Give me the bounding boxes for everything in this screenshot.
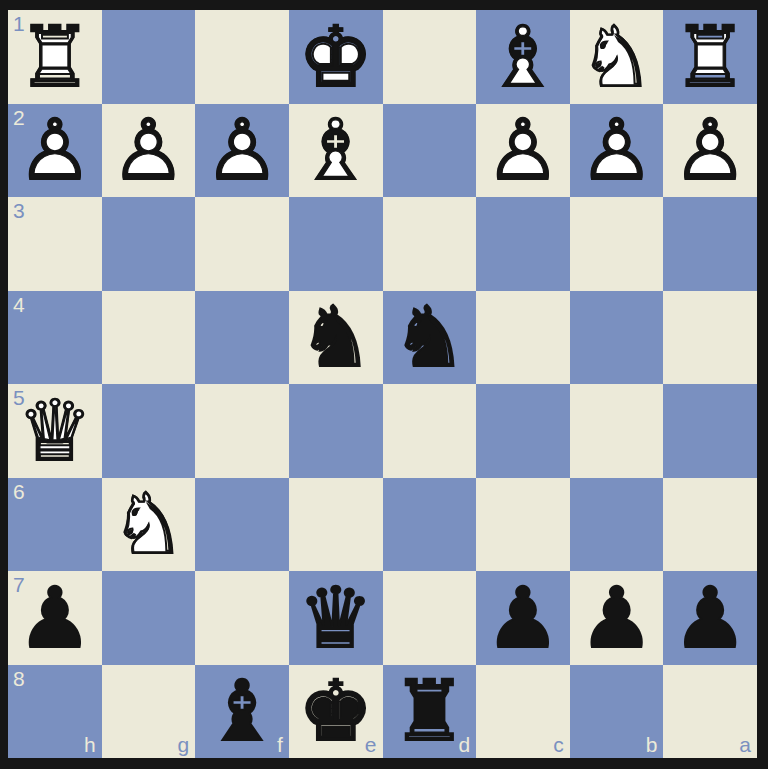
- square-f4[interactable]: [195, 291, 289, 385]
- square-a7[interactable]: ♟: [663, 571, 757, 665]
- piece-outline-glyph: ♙: [570, 104, 664, 198]
- rank-label-1: 1: [13, 13, 25, 34]
- black-pawn[interactable]: ♟: [570, 571, 664, 665]
- file-label-g: g: [178, 734, 190, 755]
- piece-fill-glyph: ♛: [289, 571, 383, 665]
- piece-fill-glyph: ♟: [102, 104, 196, 198]
- chess-board: 1♜♖♚♔♝♗♞♘♜♖2♟♙♟♙♟♙♝♗♟♙♟♙♟♙34♞♞5♛♕6♞♘7♟♛♟…: [8, 10, 757, 758]
- file-label-f: f: [277, 734, 283, 755]
- white-knight[interactable]: ♞♘: [102, 478, 196, 572]
- square-d8[interactable]: d♜: [383, 665, 477, 759]
- rank-label-5: 5: [13, 387, 25, 408]
- piece-fill-glyph: ♞: [102, 478, 196, 572]
- square-a4[interactable]: [663, 291, 757, 385]
- square-a1[interactable]: ♜♖: [663, 10, 757, 104]
- piece-fill-glyph: ♞: [289, 291, 383, 385]
- white-bishop[interactable]: ♝♗: [476, 10, 570, 104]
- square-g7[interactable]: [102, 571, 196, 665]
- square-c8[interactable]: c: [476, 665, 570, 759]
- rank-label-2: 2: [13, 107, 25, 128]
- piece-outline-glyph: ♘: [570, 10, 664, 104]
- square-b3[interactable]: [570, 197, 664, 291]
- piece-fill-glyph: ♚: [289, 10, 383, 104]
- square-e1[interactable]: ♚♔: [289, 10, 383, 104]
- square-c2[interactable]: ♟♙: [476, 104, 570, 198]
- square-b5[interactable]: [570, 384, 664, 478]
- square-h8[interactable]: 8h: [8, 665, 102, 759]
- square-h3[interactable]: 3: [8, 197, 102, 291]
- square-e3[interactable]: [289, 197, 383, 291]
- file-label-a: a: [739, 734, 751, 755]
- square-d3[interactable]: [383, 197, 477, 291]
- white-pawn[interactable]: ♟♙: [102, 104, 196, 198]
- black-pawn[interactable]: ♟: [663, 571, 757, 665]
- square-g2[interactable]: ♟♙: [102, 104, 196, 198]
- square-b8[interactable]: b: [570, 665, 664, 759]
- file-label-e: e: [365, 734, 377, 755]
- file-label-h: h: [84, 734, 96, 755]
- square-b6[interactable]: [570, 478, 664, 572]
- square-c1[interactable]: ♝♗: [476, 10, 570, 104]
- square-g8[interactable]: g: [102, 665, 196, 759]
- square-e5[interactable]: [289, 384, 383, 478]
- piece-fill-glyph: ♟: [476, 571, 570, 665]
- square-h6[interactable]: 6: [8, 478, 102, 572]
- square-h1[interactable]: 1♜♖: [8, 10, 102, 104]
- square-d6[interactable]: [383, 478, 477, 572]
- black-knight[interactable]: ♞: [289, 291, 383, 385]
- white-pawn[interactable]: ♟♙: [476, 104, 570, 198]
- piece-outline-glyph: ♙: [195, 104, 289, 198]
- white-pawn[interactable]: ♟♙: [663, 104, 757, 198]
- square-h5[interactable]: 5♛♕: [8, 384, 102, 478]
- square-f2[interactable]: ♟♙: [195, 104, 289, 198]
- piece-outline-glyph: ♖: [663, 10, 757, 104]
- piece-outline-glyph: ♗: [476, 10, 570, 104]
- piece-fill-glyph: ♟: [570, 104, 664, 198]
- board-frame: 1♜♖♚♔♝♗♞♘♜♖2♟♙♟♙♟♙♝♗♟♙♟♙♟♙34♞♞5♛♕6♞♘7♟♛♟…: [0, 0, 768, 769]
- square-e8[interactable]: e♚: [289, 665, 383, 759]
- piece-outline-glyph: ♙: [102, 104, 196, 198]
- piece-outline-glyph: ♘: [102, 478, 196, 572]
- square-g5[interactable]: [102, 384, 196, 478]
- square-c4[interactable]: [476, 291, 570, 385]
- square-a5[interactable]: [663, 384, 757, 478]
- square-d4[interactable]: ♞: [383, 291, 477, 385]
- piece-fill-glyph: ♟: [663, 571, 757, 665]
- white-knight[interactable]: ♞♘: [570, 10, 664, 104]
- square-e4[interactable]: ♞: [289, 291, 383, 385]
- square-h7[interactable]: 7♟: [8, 571, 102, 665]
- file-label-b: b: [646, 734, 658, 755]
- piece-fill-glyph: ♟: [476, 104, 570, 198]
- rank-label-8: 8: [13, 668, 25, 689]
- rank-label-4: 4: [13, 294, 25, 315]
- square-a8[interactable]: a: [663, 665, 757, 759]
- square-d7[interactable]: [383, 571, 477, 665]
- white-king[interactable]: ♚♔: [289, 10, 383, 104]
- rank-label-3: 3: [13, 200, 25, 221]
- square-b2[interactable]: ♟♙: [570, 104, 664, 198]
- square-g1[interactable]: [102, 10, 196, 104]
- white-bishop[interactable]: ♝♗: [289, 104, 383, 198]
- square-a3[interactable]: [663, 197, 757, 291]
- piece-outline-glyph: ♔: [289, 10, 383, 104]
- file-label-c: c: [553, 734, 564, 755]
- square-b4[interactable]: [570, 291, 664, 385]
- square-d5[interactable]: [383, 384, 477, 478]
- piece-fill-glyph: ♟: [570, 571, 664, 665]
- square-b1[interactable]: ♞♘: [570, 10, 664, 104]
- square-e2[interactable]: ♝♗: [289, 104, 383, 198]
- square-f5[interactable]: [195, 384, 289, 478]
- square-f3[interactable]: [195, 197, 289, 291]
- square-c7[interactable]: ♟: [476, 571, 570, 665]
- square-f1[interactable]: [195, 10, 289, 104]
- square-e6[interactable]: [289, 478, 383, 572]
- piece-fill-glyph: ♝: [289, 104, 383, 198]
- piece-fill-glyph: ♝: [195, 665, 289, 759]
- square-d2[interactable]: [383, 104, 477, 198]
- piece-outline-glyph: ♙: [476, 104, 570, 198]
- black-pawn[interactable]: ♟: [476, 571, 570, 665]
- rank-label-6: 6: [13, 481, 25, 502]
- square-e7[interactable]: ♛: [289, 571, 383, 665]
- square-h4[interactable]: 4: [8, 291, 102, 385]
- piece-fill-glyph: ♞: [570, 10, 664, 104]
- piece-outline-glyph: ♗: [289, 104, 383, 198]
- white-rook[interactable]: ♜♖: [663, 10, 757, 104]
- piece-fill-glyph: ♜: [663, 10, 757, 104]
- square-g4[interactable]: [102, 291, 196, 385]
- square-f7[interactable]: [195, 571, 289, 665]
- piece-fill-glyph: ♟: [195, 104, 289, 198]
- piece-fill-glyph: ♞: [383, 291, 477, 385]
- rank-label-7: 7: [13, 574, 25, 595]
- square-d1[interactable]: [383, 10, 477, 104]
- square-a6[interactable]: [663, 478, 757, 572]
- square-f6[interactable]: [195, 478, 289, 572]
- white-pawn[interactable]: ♟♙: [570, 104, 664, 198]
- piece-outline-glyph: ♙: [663, 104, 757, 198]
- square-h2[interactable]: 2♟♙: [8, 104, 102, 198]
- black-queen[interactable]: ♛: [289, 571, 383, 665]
- piece-fill-glyph: ♟: [663, 104, 757, 198]
- file-label-d: d: [458, 734, 470, 755]
- square-c3[interactable]: [476, 197, 570, 291]
- square-g6[interactable]: ♞♘: [102, 478, 196, 572]
- square-b7[interactable]: ♟: [570, 571, 664, 665]
- square-g3[interactable]: [102, 197, 196, 291]
- black-knight[interactable]: ♞: [383, 291, 477, 385]
- piece-fill-glyph: ♝: [476, 10, 570, 104]
- square-a2[interactable]: ♟♙: [663, 104, 757, 198]
- square-c6[interactable]: [476, 478, 570, 572]
- white-pawn[interactable]: ♟♙: [195, 104, 289, 198]
- square-f8[interactable]: f♝: [195, 665, 289, 759]
- black-bishop[interactable]: ♝: [195, 665, 289, 759]
- square-c5[interactable]: [476, 384, 570, 478]
